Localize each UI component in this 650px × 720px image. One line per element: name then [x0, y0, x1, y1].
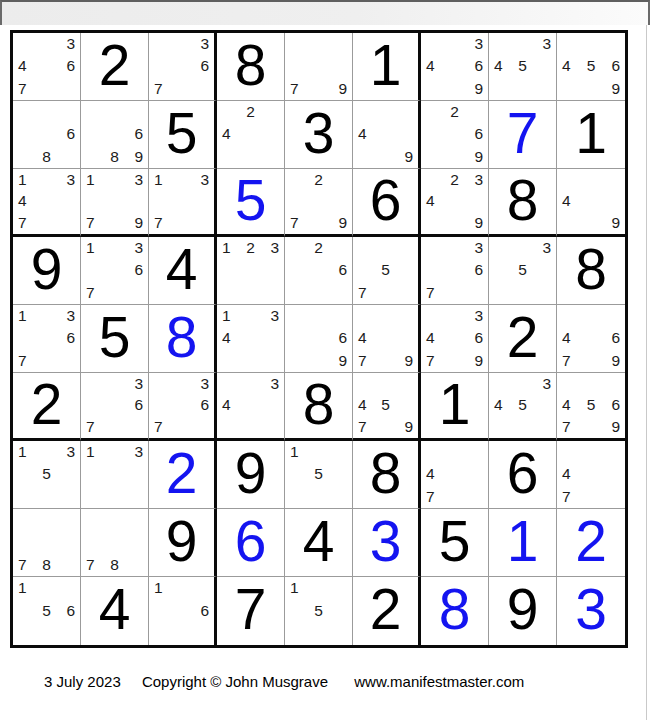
given-digit: 9	[31, 241, 63, 301]
pencil-marks: 4679	[557, 305, 625, 372]
pencil-marks: 47	[421, 441, 488, 508]
solved-digit: 8	[439, 581, 471, 641]
cell-r7c1[interactable]: 135	[13, 441, 81, 509]
window-right-edge	[646, 25, 647, 720]
pencil-marks: 78	[81, 509, 148, 576]
pencil-marks: 1367	[81, 237, 148, 304]
solved-digit: 3	[370, 513, 402, 573]
pencil-marks: 24	[217, 101, 284, 168]
cell-r8c1[interactable]: 78	[13, 509, 81, 577]
cell-r2c9[interactable]: 1	[557, 101, 625, 169]
footer-website: www.manifestmaster.com	[354, 673, 524, 690]
pencil-marks: 345	[489, 33, 556, 100]
cell-r1c8[interactable]: 345	[489, 33, 557, 101]
solved-digit: 5	[235, 172, 267, 232]
cell-r7c7[interactable]: 47	[421, 441, 489, 509]
pencil-marks: 689	[81, 101, 148, 168]
cell-r9c6[interactable]: 2	[353, 577, 421, 645]
given-digit: 4	[166, 241, 198, 301]
cell-r3c4[interactable]: 5	[217, 169, 285, 237]
cell-r2c2[interactable]: 689	[81, 101, 149, 169]
cell-r9c9[interactable]: 3	[557, 577, 625, 645]
pencil-marks: 367	[81, 373, 148, 438]
given-digit: 9	[166, 513, 198, 573]
cell-r8c2[interactable]: 78	[81, 509, 149, 577]
cell-r6c7[interactable]: 1	[421, 373, 489, 441]
cell-r2c7[interactable]: 269	[421, 101, 489, 169]
pencil-marks: 137	[149, 169, 214, 234]
cell-r7c2[interactable]: 13	[81, 441, 149, 509]
cell-r9c3[interactable]: 16	[149, 577, 217, 645]
cell-r7c6[interactable]: 8	[353, 441, 421, 509]
pencil-marks: 49	[557, 169, 625, 234]
pencil-marks: 156	[13, 577, 80, 645]
pencil-marks: 34	[217, 373, 284, 438]
given-digit: 8	[235, 37, 267, 97]
pencil-marks: 68	[13, 101, 80, 168]
cell-r2c3[interactable]: 5	[149, 101, 217, 169]
cell-r4c5[interactable]: 26	[285, 237, 353, 305]
given-digit: 6	[370, 172, 402, 232]
pencil-marks: 78	[13, 509, 80, 576]
pencil-marks: 345	[489, 373, 556, 438]
given-digit: 5	[166, 105, 198, 165]
cell-r4c1[interactable]: 9	[13, 237, 81, 305]
pencil-marks: 269	[421, 101, 488, 168]
cell-r5c7[interactable]: 34679	[421, 305, 489, 373]
cell-r6c8[interactable]: 345	[489, 373, 557, 441]
given-digit: 1	[370, 37, 402, 97]
pencil-marks: 47	[557, 441, 625, 508]
solved-digit: 7	[507, 105, 539, 165]
cell-r4c4[interactable]: 123	[217, 237, 285, 305]
pencil-marks: 367	[149, 373, 214, 438]
pencil-marks: 123	[217, 237, 284, 304]
cell-r4c9[interactable]: 8	[557, 237, 625, 305]
pencil-marks: 4569	[557, 33, 625, 100]
cell-r8c6[interactable]: 3	[353, 509, 421, 577]
pencil-marks: 57	[353, 237, 418, 304]
cell-r6c2[interactable]: 367	[81, 373, 149, 441]
cell-r5c5[interactable]: 69	[285, 305, 353, 373]
pencil-marks: 13	[81, 441, 148, 508]
pencil-marks: 49	[353, 101, 418, 168]
pencil-marks: 1379	[81, 169, 148, 234]
pencil-marks: 279	[285, 169, 352, 234]
cell-r5c6[interactable]: 479	[353, 305, 421, 373]
given-digit: 7	[235, 581, 267, 641]
pencil-marks: 16	[149, 577, 214, 645]
cell-r7c3[interactable]: 2	[149, 441, 217, 509]
given-digit: 1	[439, 376, 471, 436]
pencil-marks: 34679	[421, 305, 488, 372]
cell-r7c9[interactable]: 47	[557, 441, 625, 509]
cell-r5c2[interactable]: 5	[81, 305, 149, 373]
pencil-marks: 3469	[421, 33, 488, 100]
pencil-marks: 79	[285, 33, 352, 100]
pencil-marks: 15	[285, 441, 352, 508]
solved-digit: 2	[166, 445, 198, 505]
pencil-marks: 26	[285, 237, 352, 304]
given-digit: 8	[507, 172, 539, 232]
cell-r6c3[interactable]: 367	[149, 373, 217, 441]
cell-r7c8[interactable]: 6	[489, 441, 557, 509]
cell-r5c4[interactable]: 134	[217, 305, 285, 373]
cell-r1c5[interactable]: 79	[285, 33, 353, 101]
given-digit: 2	[99, 37, 131, 97]
cell-r9c2[interactable]: 4	[81, 577, 149, 645]
given-digit: 9	[235, 445, 267, 505]
cell-r6c4[interactable]: 34	[217, 373, 285, 441]
cell-r6c5[interactable]: 8	[285, 373, 353, 441]
cell-r8c5[interactable]: 4	[285, 509, 353, 577]
given-digit: 8	[575, 241, 607, 301]
cell-r9c8[interactable]: 9	[489, 577, 557, 645]
pencil-marks: 1347	[13, 169, 80, 234]
cell-r5c8[interactable]: 2	[489, 305, 557, 373]
pencil-marks: 135	[13, 441, 80, 508]
given-digit: 6	[507, 445, 539, 505]
pencil-marks: 35	[489, 237, 556, 304]
cell-r7c4[interactable]: 9	[217, 441, 285, 509]
given-digit: 4	[303, 513, 335, 573]
cell-r5c1[interactable]: 1367	[13, 305, 81, 373]
cell-r2c4[interactable]: 24	[217, 101, 285, 169]
given-digit: 2	[507, 309, 539, 369]
cell-r2c5[interactable]: 3	[285, 101, 353, 169]
cell-r4c3[interactable]: 4	[149, 237, 217, 305]
solved-digit: 2	[575, 513, 607, 573]
given-digit: 5	[439, 513, 471, 573]
solved-digit: 6	[235, 513, 267, 573]
given-digit: 5	[99, 309, 131, 369]
pencil-marks: 367	[421, 237, 488, 304]
cell-r1c9[interactable]: 4569	[557, 33, 625, 101]
cell-r8c8[interactable]: 1	[489, 509, 557, 577]
cell-r4c2[interactable]: 1367	[81, 237, 149, 305]
cell-r4c6[interactable]: 57	[353, 237, 421, 305]
cell-r5c9[interactable]: 4679	[557, 305, 625, 373]
pencil-marks: 1367	[13, 305, 80, 372]
cell-r1c7[interactable]: 3469	[421, 33, 489, 101]
cell-r7c5[interactable]: 15	[285, 441, 353, 509]
cell-r1c2[interactable]: 2	[81, 33, 149, 101]
cell-r3c5[interactable]: 279	[285, 169, 353, 237]
given-digit: 2	[31, 376, 63, 436]
pencil-marks: 479	[353, 305, 418, 372]
cell-r2c6[interactable]: 49	[353, 101, 421, 169]
cell-r8c4[interactable]: 6	[217, 509, 285, 577]
solved-digit: 1	[507, 513, 539, 573]
cell-r1c3[interactable]: 367	[149, 33, 217, 101]
cell-r4c8[interactable]: 35	[489, 237, 557, 305]
cell-r6c6[interactable]: 4579	[353, 373, 421, 441]
cell-r1c1[interactable]: 3467	[13, 33, 81, 101]
cell-r8c9[interactable]: 2	[557, 509, 625, 577]
cell-r3c8[interactable]: 8	[489, 169, 557, 237]
pencil-marks: 367	[149, 33, 214, 100]
cell-r3c6[interactable]: 6	[353, 169, 421, 237]
cell-r3c9[interactable]: 49	[557, 169, 625, 237]
cell-r3c3[interactable]: 137	[149, 169, 217, 237]
pencil-marks: 3467	[13, 33, 80, 100]
given-digit: 8	[303, 376, 335, 436]
footer-copyright: Copyright © John Musgrave	[142, 673, 328, 690]
given-digit: 3	[303, 105, 335, 165]
cell-r3c7[interactable]: 2349	[421, 169, 489, 237]
cell-r9c7[interactable]: 8	[421, 577, 489, 645]
cell-r8c7[interactable]: 5	[421, 509, 489, 577]
footer-date: 3 July 2023	[44, 673, 121, 690]
cell-r6c1[interactable]: 2	[13, 373, 81, 441]
window-title-bar	[0, 0, 650, 25]
cell-r4c7[interactable]: 367	[421, 237, 489, 305]
cell-r5c3[interactable]: 8	[149, 305, 217, 373]
given-digit: 1	[575, 105, 607, 165]
cell-r2c1[interactable]: 68	[13, 101, 81, 169]
cell-r9c5[interactable]: 15	[285, 577, 353, 645]
cell-r2c8[interactable]: 7	[489, 101, 557, 169]
pencil-marks: 134	[217, 305, 284, 372]
cell-r9c4[interactable]: 7	[217, 577, 285, 645]
pencil-marks: 15	[285, 577, 352, 645]
given-digit: 2	[370, 581, 402, 641]
given-digit: 9	[507, 581, 539, 641]
pencil-marks: 45679	[557, 373, 625, 438]
cell-r8c3[interactable]: 9	[149, 509, 217, 577]
cell-r1c4[interactable]: 8	[217, 33, 285, 101]
solved-digit: 8	[166, 309, 198, 369]
pencil-marks: 69	[285, 305, 352, 372]
given-digit: 4	[99, 581, 131, 641]
footer: 3 July 2023 Copyright © John Musgrave ww…	[44, 673, 524, 690]
solved-digit: 3	[575, 581, 607, 641]
cell-r6c9[interactable]: 45679	[557, 373, 625, 441]
cell-r9c1[interactable]: 156	[13, 577, 81, 645]
cell-r3c2[interactable]: 1379	[81, 169, 149, 237]
cell-r1c6[interactable]: 1	[353, 33, 421, 101]
pencil-marks: 4579	[353, 373, 418, 438]
pencil-marks: 2349	[421, 169, 488, 234]
cell-r3c1[interactable]: 1347	[13, 169, 81, 237]
given-digit: 8	[370, 445, 402, 505]
sudoku-grid: 3467236787913469345456968689524349269711…	[10, 30, 628, 648]
